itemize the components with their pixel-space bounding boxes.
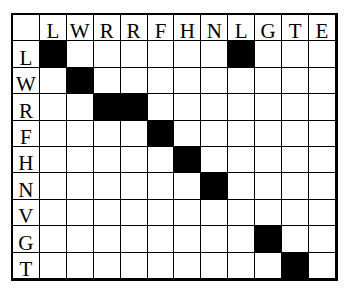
- col-header-g-8: G: [255, 15, 282, 41]
- matrix-cell-r0c4[interactable]: [148, 41, 175, 67]
- col-header-l-0: L: [40, 15, 67, 41]
- matrix-cell-r2c2[interactable]: [94, 94, 121, 120]
- matrix-cell-r2c3[interactable]: [121, 94, 148, 120]
- matrix-cell-r4c0[interactable]: [40, 147, 67, 173]
- matrix-cell-r7c3[interactable]: [121, 226, 148, 252]
- matrix-cell-r7c7[interactable]: [228, 226, 255, 252]
- col-header-e-10: E: [309, 15, 336, 41]
- matrix-cell-r5c10[interactable]: [309, 173, 336, 199]
- matrix-cell-r2c0[interactable]: [40, 94, 67, 120]
- matrix-cell-r5c4[interactable]: [148, 173, 175, 199]
- matrix-cell-r4c2[interactable]: [94, 147, 121, 173]
- matrix-cell-r3c2[interactable]: [94, 121, 121, 147]
- row-header-f: F: [13, 121, 40, 147]
- matrix-cell-r2c5[interactable]: [174, 94, 201, 120]
- matrix-cell-r6c10[interactable]: [309, 200, 336, 226]
- row-header-l: L: [13, 41, 40, 67]
- corner-cell: [13, 15, 40, 41]
- matrix-cell-r1c4[interactable]: [148, 68, 175, 94]
- col-header-h-5: H: [174, 15, 201, 41]
- matrix-cell-r3c3[interactable]: [121, 121, 148, 147]
- matrix-cell-r7c0[interactable]: [40, 226, 67, 252]
- matrix-cell-r2c9[interactable]: [282, 94, 309, 120]
- matrix-cell-r6c4[interactable]: [148, 200, 175, 226]
- matrix-cell-r5c9[interactable]: [282, 173, 309, 199]
- row-header-h: H: [13, 147, 40, 173]
- matrix-cell-r3c9[interactable]: [282, 121, 309, 147]
- matrix-cell-r7c9[interactable]: [282, 226, 309, 252]
- col-header-t-9: T: [282, 15, 309, 41]
- row-header-g: G: [13, 226, 40, 252]
- matrix-cell-r2c1[interactable]: [67, 94, 94, 120]
- matrix-cell-r6c9[interactable]: [282, 200, 309, 226]
- matrix-cell-r0c9[interactable]: [282, 41, 309, 67]
- matrix-cell-r4c1[interactable]: [67, 147, 94, 173]
- matrix-cell-r6c8[interactable]: [255, 200, 282, 226]
- matrix-cell-r0c3[interactable]: [121, 41, 148, 67]
- matrix-cell-r3c7[interactable]: [228, 121, 255, 147]
- matrix-cell-r1c9[interactable]: [282, 68, 309, 94]
- matrix-cell-r1c8[interactable]: [255, 68, 282, 94]
- matrix-cell-r8c1[interactable]: [67, 253, 94, 279]
- matrix-cell-r5c6[interactable]: [201, 173, 228, 199]
- matrix-cell-r0c6[interactable]: [201, 41, 228, 67]
- matrix-cell-r8c5[interactable]: [174, 253, 201, 279]
- matrix-cell-r0c5[interactable]: [174, 41, 201, 67]
- matrix-cell-r6c7[interactable]: [228, 200, 255, 226]
- matrix-cell-r7c8[interactable]: [255, 226, 282, 252]
- matrix-cell-r6c3[interactable]: [121, 200, 148, 226]
- matrix-cell-r6c2[interactable]: [94, 200, 121, 226]
- matrix-cell-r4c4[interactable]: [148, 147, 175, 173]
- matrix-cell-r0c7[interactable]: [228, 41, 255, 67]
- col-header-r-3: R: [121, 15, 148, 41]
- matrix-cell-r8c2[interactable]: [94, 253, 121, 279]
- matrix-cell-r5c1[interactable]: [67, 173, 94, 199]
- matrix-cell-r1c2[interactable]: [94, 68, 121, 94]
- matrix-cell-r0c0[interactable]: [40, 41, 67, 67]
- matrix-cell-r1c3[interactable]: [121, 68, 148, 94]
- matrix-cell-r4c10[interactable]: [309, 147, 336, 173]
- matrix-cell-r3c1[interactable]: [67, 121, 94, 147]
- matrix-cell-r5c0[interactable]: [40, 173, 67, 199]
- matrix-board: LWRRFHNLGTELWRFHNVGT: [11, 13, 338, 281]
- matrix-cell-r4c3[interactable]: [121, 147, 148, 173]
- matrix-cell-r4c6[interactable]: [201, 147, 228, 173]
- matrix-cell-r7c5[interactable]: [174, 226, 201, 252]
- matrix-cell-r5c7[interactable]: [228, 173, 255, 199]
- col-header-n-6: N: [201, 15, 228, 41]
- matrix-cell-r5c3[interactable]: [121, 173, 148, 199]
- row-header-v: V: [13, 200, 40, 226]
- matrix-cell-r5c2[interactable]: [94, 173, 121, 199]
- col-header-l-7: L: [228, 15, 255, 41]
- matrix-cell-r0c8[interactable]: [255, 41, 282, 67]
- matrix-cell-r3c10[interactable]: [309, 121, 336, 147]
- matrix-cell-r8c6[interactable]: [201, 253, 228, 279]
- matrix-cell-r4c8[interactable]: [255, 147, 282, 173]
- matrix-cell-r1c6[interactable]: [201, 68, 228, 94]
- col-header-w-1: W: [67, 15, 94, 41]
- matrix-cell-r7c1[interactable]: [67, 226, 94, 252]
- matrix-cell-r7c2[interactable]: [94, 226, 121, 252]
- matrix-cell-r5c5[interactable]: [174, 173, 201, 199]
- matrix-cell-r8c0[interactable]: [40, 253, 67, 279]
- matrix-cell-r6c1[interactable]: [67, 200, 94, 226]
- matrix-cell-r4c9[interactable]: [282, 147, 309, 173]
- matrix-cell-r2c4[interactable]: [148, 94, 175, 120]
- matrix-cell-r3c5[interactable]: [174, 121, 201, 147]
- matrix-cell-r1c1[interactable]: [67, 68, 94, 94]
- matrix-cell-r8c3[interactable]: [121, 253, 148, 279]
- matrix-cell-r5c8[interactable]: [255, 173, 282, 199]
- matrix-cell-r0c1[interactable]: [67, 41, 94, 67]
- matrix-cell-r3c4[interactable]: [148, 121, 175, 147]
- matrix-cell-r7c6[interactable]: [201, 226, 228, 252]
- matrix-cell-r0c2[interactable]: [94, 41, 121, 67]
- matrix-cell-r8c10[interactable]: [309, 253, 336, 279]
- matrix-cell-r8c8[interactable]: [255, 253, 282, 279]
- matrix-cell-r1c0[interactable]: [40, 68, 67, 94]
- matrix-cell-r6c0[interactable]: [40, 200, 67, 226]
- matrix-cell-r1c7[interactable]: [228, 68, 255, 94]
- matrix-cell-r2c10[interactable]: [309, 94, 336, 120]
- row-header-w: W: [13, 68, 40, 94]
- matrix-cell-r6c6[interactable]: [201, 200, 228, 226]
- row-header-n: N: [13, 173, 40, 199]
- col-header-f-4: F: [148, 15, 175, 41]
- matrix-cell-r2c7[interactable]: [228, 94, 255, 120]
- matrix-cell-r2c8[interactable]: [255, 94, 282, 120]
- matrix-cell-r1c10[interactable]: [309, 68, 336, 94]
- matrix-cell-r3c0[interactable]: [40, 121, 67, 147]
- matrix-cell-r8c7[interactable]: [228, 253, 255, 279]
- matrix-cell-r7c10[interactable]: [309, 226, 336, 252]
- col-header-r-2: R: [94, 15, 121, 41]
- matrix-cell-r8c4[interactable]: [148, 253, 175, 279]
- row-header-r: R: [13, 94, 40, 120]
- matrix-cell-r1c5[interactable]: [174, 68, 201, 94]
- matrix-cell-r2c6[interactable]: [201, 94, 228, 120]
- matrix-cell-r8c9[interactable]: [282, 253, 309, 279]
- matrix-cell-r4c5[interactable]: [174, 147, 201, 173]
- matrix-cell-r4c7[interactable]: [228, 147, 255, 173]
- matrix-cell-r3c6[interactable]: [201, 121, 228, 147]
- matrix-cell-r0c10[interactable]: [309, 41, 336, 67]
- matrix-cell-r3c8[interactable]: [255, 121, 282, 147]
- row-header-t: T: [13, 253, 40, 279]
- matrix-cell-r7c4[interactable]: [148, 226, 175, 252]
- matrix-cell-r6c5[interactable]: [174, 200, 201, 226]
